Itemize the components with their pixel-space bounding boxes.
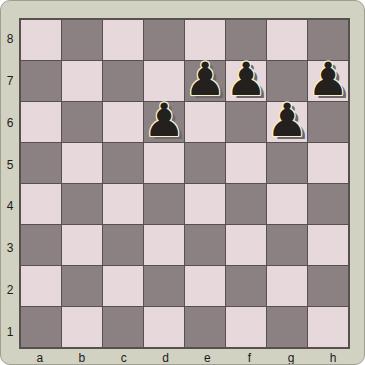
file-label-c: c — [103, 350, 145, 365]
square-a6[interactable] — [21, 102, 61, 142]
rank-label-4: 4 — [1, 186, 19, 228]
rank-label-7: 7 — [1, 60, 19, 102]
square-c6[interactable] — [103, 102, 143, 142]
square-b3[interactable] — [62, 225, 102, 265]
square-f5[interactable] — [226, 143, 266, 183]
board-panel: 87654321 ♟♟♟♟♟ abcdefgh — [0, 0, 365, 365]
piece-black-pawn-e7[interactable]: ♟ — [184, 59, 225, 99]
rank-label-5: 5 — [1, 144, 19, 186]
square-a2[interactable] — [21, 266, 61, 306]
square-h6[interactable] — [308, 102, 348, 142]
piece-black-pawn-f7[interactable]: ♟ — [225, 59, 266, 99]
rank-label-3: 3 — [1, 227, 19, 269]
square-a3[interactable] — [21, 225, 61, 265]
rank-labels: 87654321 — [1, 18, 19, 353]
square-g4[interactable] — [267, 184, 307, 224]
rank-label-2: 2 — [1, 269, 19, 311]
square-b7[interactable] — [62, 61, 102, 101]
piece-black-pawn-h7[interactable]: ♟ — [307, 59, 348, 99]
square-h1[interactable] — [308, 307, 348, 347]
square-g8[interactable] — [267, 20, 307, 60]
square-b4[interactable] — [62, 184, 102, 224]
square-f6[interactable] — [226, 102, 266, 142]
square-e5[interactable] — [185, 143, 225, 183]
square-g3[interactable] — [267, 225, 307, 265]
square-a1[interactable] — [21, 307, 61, 347]
square-c8[interactable] — [103, 20, 143, 60]
square-d2[interactable] — [144, 266, 184, 306]
square-d4[interactable] — [144, 184, 184, 224]
square-e3[interactable] — [185, 225, 225, 265]
chess-board[interactable]: ♟♟♟♟♟ — [19, 18, 350, 349]
file-label-a: a — [19, 350, 61, 365]
file-label-d: d — [145, 350, 187, 365]
square-b2[interactable] — [62, 266, 102, 306]
file-label-f: f — [228, 350, 270, 365]
piece-black-pawn-d6[interactable]: ♟ — [143, 100, 184, 140]
square-d8[interactable] — [144, 20, 184, 60]
rank-label-1: 1 — [1, 311, 19, 353]
square-g1[interactable] — [267, 307, 307, 347]
file-labels: abcdefgh — [19, 350, 354, 365]
square-b6[interactable] — [62, 102, 102, 142]
square-f2[interactable] — [226, 266, 266, 306]
square-b8[interactable] — [62, 20, 102, 60]
square-c3[interactable] — [103, 225, 143, 265]
square-d1[interactable] — [144, 307, 184, 347]
square-a5[interactable] — [21, 143, 61, 183]
square-c1[interactable] — [103, 307, 143, 347]
file-label-b: b — [61, 350, 103, 365]
square-g6[interactable]: ♟ — [267, 102, 307, 142]
square-c4[interactable] — [103, 184, 143, 224]
square-c5[interactable] — [103, 143, 143, 183]
rank-label-8: 8 — [1, 18, 19, 60]
square-c2[interactable] — [103, 266, 143, 306]
square-f4[interactable] — [226, 184, 266, 224]
square-a8[interactable] — [21, 20, 61, 60]
square-d6[interactable]: ♟ — [144, 102, 184, 142]
square-h5[interactable] — [308, 143, 348, 183]
rank-label-6: 6 — [1, 102, 19, 144]
square-a4[interactable] — [21, 184, 61, 224]
square-h3[interactable] — [308, 225, 348, 265]
square-e2[interactable] — [185, 266, 225, 306]
square-b1[interactable] — [62, 307, 102, 347]
square-h4[interactable] — [308, 184, 348, 224]
square-h2[interactable] — [308, 266, 348, 306]
square-e7[interactable]: ♟ — [185, 61, 225, 101]
square-f1[interactable] — [226, 307, 266, 347]
square-a7[interactable] — [21, 61, 61, 101]
square-d5[interactable] — [144, 143, 184, 183]
square-b5[interactable] — [62, 143, 102, 183]
square-g5[interactable] — [267, 143, 307, 183]
square-f7[interactable]: ♟ — [226, 61, 266, 101]
square-h7[interactable]: ♟ — [308, 61, 348, 101]
square-e6[interactable] — [185, 102, 225, 142]
file-label-h: h — [312, 350, 354, 365]
square-e1[interactable] — [185, 307, 225, 347]
file-label-g: g — [270, 350, 312, 365]
square-g2[interactable] — [267, 266, 307, 306]
square-c7[interactable] — [103, 61, 143, 101]
square-f3[interactable] — [226, 225, 266, 265]
square-e4[interactable] — [185, 184, 225, 224]
square-d3[interactable] — [144, 225, 184, 265]
file-label-e: e — [187, 350, 229, 365]
piece-black-pawn-g6[interactable]: ♟ — [266, 100, 307, 140]
